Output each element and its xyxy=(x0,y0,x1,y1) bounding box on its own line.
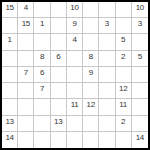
clue-number: 8 xyxy=(89,52,93,61)
cell-r5c2-clue: 7 xyxy=(18,67,34,83)
clue-number: 14 xyxy=(5,133,13,142)
cell-r8c3-empty[interactable] xyxy=(34,116,50,132)
cell-r3c8-clue: 5 xyxy=(116,34,132,50)
cell-r9c4-empty[interactable] xyxy=(51,132,67,148)
cell-r2c9-clue: 3 xyxy=(132,18,148,34)
cell-r5c8-empty[interactable] xyxy=(116,67,132,83)
cell-r4c5-empty[interactable] xyxy=(67,51,83,67)
cell-r9c9-clue: 14 xyxy=(132,132,148,148)
clue-number: 8 xyxy=(40,52,44,61)
cell-r9c8-empty[interactable] xyxy=(116,132,132,148)
cell-r3c9-empty[interactable] xyxy=(132,34,148,50)
cell-r9c6-empty[interactable] xyxy=(83,132,99,148)
clue-number: 10 xyxy=(136,3,144,12)
cell-r4c2-empty[interactable] xyxy=(18,51,34,67)
cell-r3c2-empty[interactable] xyxy=(18,34,34,50)
cell-r4c4-clue: 6 xyxy=(51,51,67,67)
cell-r6c9-empty[interactable] xyxy=(132,83,148,99)
clue-number: 1 xyxy=(40,19,44,28)
clue-number: 1 xyxy=(8,35,12,44)
cell-r3c1-clue: 1 xyxy=(2,34,18,50)
clue-number: 15 xyxy=(5,3,13,12)
cell-r8c2-empty[interactable] xyxy=(18,116,34,132)
clue-number: 10 xyxy=(70,3,78,12)
cell-r1c4-empty[interactable] xyxy=(51,2,67,18)
clue-number: 11 xyxy=(71,100,79,109)
clue-number: 2 xyxy=(121,117,125,126)
cell-r7c1-empty[interactable] xyxy=(2,99,18,115)
clue-number: 3 xyxy=(105,19,109,28)
clue-number: 13 xyxy=(5,117,13,126)
cell-r6c6-empty[interactable] xyxy=(83,83,99,99)
cell-r7c4-empty[interactable] xyxy=(51,99,67,115)
cell-r6c2-empty[interactable] xyxy=(18,83,34,99)
cell-r1c5-clue: 10 xyxy=(67,2,83,18)
puzzle-board: 1541010151933145868257697121112111313214… xyxy=(0,0,150,150)
cell-r1c3-empty[interactable] xyxy=(34,2,50,18)
cell-r9c1-clue: 14 xyxy=(2,132,18,148)
clue-number: 9 xyxy=(72,19,76,28)
cell-r5c7-empty[interactable] xyxy=(99,67,115,83)
cell-r3c3-empty[interactable] xyxy=(34,34,50,50)
cell-r4c8-clue: 2 xyxy=(116,51,132,67)
cell-r7c3-empty[interactable] xyxy=(34,99,50,115)
cell-r1c9-clue: 10 xyxy=(132,2,148,18)
clue-number: 5 xyxy=(138,52,142,61)
cell-r1c1-clue: 15 xyxy=(2,2,18,18)
cell-r3c5-clue: 4 xyxy=(67,34,83,50)
clue-number: 7 xyxy=(40,84,44,93)
cell-r7c5-clue: 11 xyxy=(67,99,83,115)
cell-r5c9-empty[interactable] xyxy=(132,67,148,83)
clue-number: 9 xyxy=(89,68,93,77)
cell-r4c9-clue: 5 xyxy=(132,51,148,67)
clue-number: 6 xyxy=(40,68,44,77)
cell-r5c6-clue: 9 xyxy=(83,67,99,83)
clue-number: 12 xyxy=(119,84,127,93)
cell-r2c3-clue: 1 xyxy=(34,18,50,34)
cell-r3c6-empty[interactable] xyxy=(83,34,99,50)
clue-number: 7 xyxy=(24,68,28,77)
clue-number: 13 xyxy=(54,117,62,126)
cell-r3c4-empty[interactable] xyxy=(51,34,67,50)
cell-r8c6-empty[interactable] xyxy=(83,116,99,132)
cell-r2c5-clue: 9 xyxy=(67,18,83,34)
clue-number: 5 xyxy=(121,35,125,44)
clue-number: 15 xyxy=(22,19,30,28)
cell-r6c8-clue: 12 xyxy=(116,83,132,99)
cell-r4c7-empty[interactable] xyxy=(99,51,115,67)
cell-r9c7-empty[interactable] xyxy=(99,132,115,148)
cell-r2c6-empty[interactable] xyxy=(83,18,99,34)
cell-r8c7-empty[interactable] xyxy=(99,116,115,132)
cell-r5c4-empty[interactable] xyxy=(51,67,67,83)
cell-r4c6-clue: 8 xyxy=(83,51,99,67)
cell-r8c9-empty[interactable] xyxy=(132,116,148,132)
clue-number: 4 xyxy=(24,3,28,12)
cell-r8c5-empty[interactable] xyxy=(67,116,83,132)
cell-r6c1-empty[interactable] xyxy=(2,83,18,99)
cell-r7c7-empty[interactable] xyxy=(99,99,115,115)
clue-number: 4 xyxy=(72,35,76,44)
cell-r1c7-empty[interactable] xyxy=(99,2,115,18)
cell-r1c6-empty[interactable] xyxy=(83,2,99,18)
cell-r6c3-clue: 7 xyxy=(34,83,50,99)
cell-r4c3-clue: 8 xyxy=(34,51,50,67)
cell-r6c5-empty[interactable] xyxy=(67,83,83,99)
cell-r9c3-empty[interactable] xyxy=(34,132,50,148)
clue-number: 11 xyxy=(119,100,127,109)
cell-r2c2-clue: 15 xyxy=(18,18,34,34)
clue-number: 2 xyxy=(121,52,125,61)
cell-r8c4-clue: 13 xyxy=(51,116,67,132)
cell-r9c5-empty[interactable] xyxy=(67,132,83,148)
clue-number: 3 xyxy=(138,19,142,28)
cell-r7c8-clue: 11 xyxy=(116,99,132,115)
cell-r5c1-empty[interactable] xyxy=(2,67,18,83)
clue-number: 14 xyxy=(136,133,144,142)
cell-r2c8-empty[interactable] xyxy=(116,18,132,34)
cell-r5c3-clue: 6 xyxy=(34,67,50,83)
cell-r2c1-empty[interactable] xyxy=(2,18,18,34)
cell-r9c2-empty[interactable] xyxy=(18,132,34,148)
clue-number: 6 xyxy=(56,52,60,61)
cell-r7c2-empty[interactable] xyxy=(18,99,34,115)
cell-r4c1-empty[interactable] xyxy=(2,51,18,67)
cell-r7c9-empty[interactable] xyxy=(132,99,148,115)
cell-r5c5-empty[interactable] xyxy=(67,67,83,83)
cell-r2c7-clue: 3 xyxy=(99,18,115,34)
cell-r6c7-empty[interactable] xyxy=(99,83,115,99)
cell-r1c2-clue: 4 xyxy=(18,2,34,18)
cell-r8c8-clue: 2 xyxy=(116,116,132,132)
cell-r7c6-clue: 12 xyxy=(83,99,99,115)
cell-r2c4-empty[interactable] xyxy=(51,18,67,34)
cell-r8c1-clue: 13 xyxy=(2,116,18,132)
cell-r3c7-empty[interactable] xyxy=(99,34,115,50)
cell-r6c4-empty[interactable] xyxy=(51,83,67,99)
cell-r1c8-empty[interactable] xyxy=(116,2,132,18)
clue-number: 12 xyxy=(87,100,95,109)
